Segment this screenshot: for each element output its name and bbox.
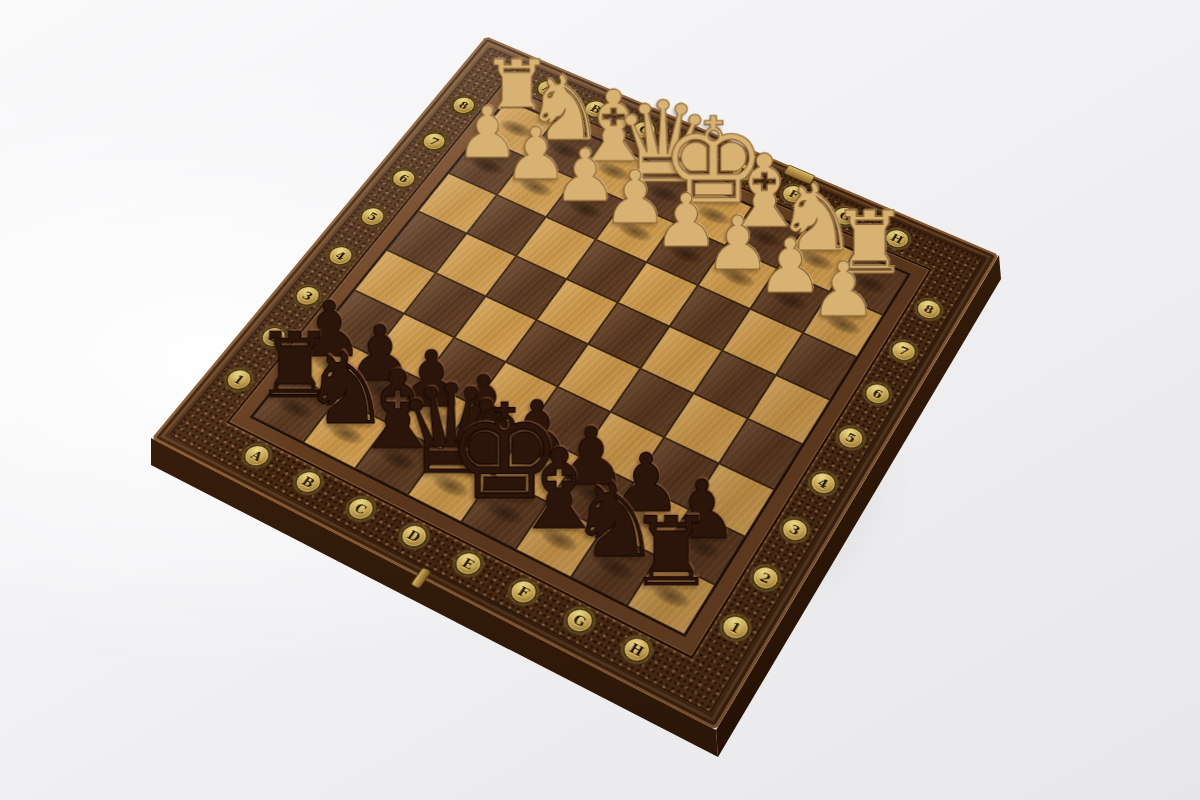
photo-scene: AABBCCDDEEFFGGHH1122334455667788♜♞♟♝♟♛♟♚… [0, 0, 1200, 800]
piece-billboard: ♟ [774, 164, 913, 323]
piece-billboard: ♜ [595, 421, 747, 594]
light-pawn-icon: ♟ [809, 252, 877, 328]
dark-rook-icon: ♜ [629, 505, 715, 600]
